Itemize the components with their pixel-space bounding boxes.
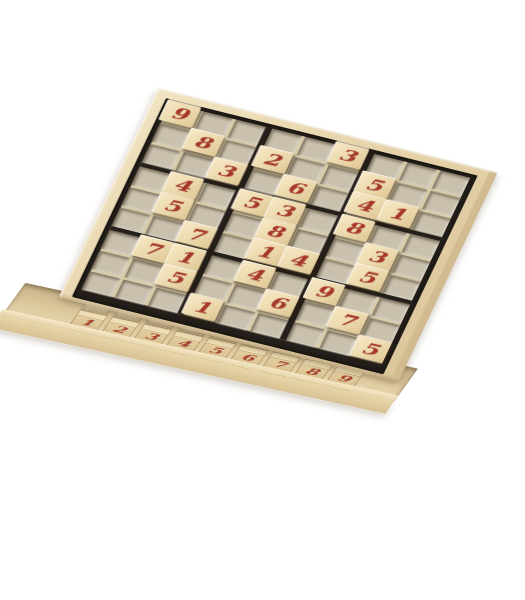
tile-digit: 3 [337,146,359,164]
tile-digit: 5 [162,197,184,215]
tile-digit: 5 [241,193,263,211]
tile-digit: 9 [313,282,335,300]
tile-digit: 6 [267,294,289,312]
tile-digit: 5 [359,340,381,358]
tile-digit: 4 [354,196,376,214]
tile-digit: 5 [165,268,187,286]
tile-digit: 8 [264,222,286,240]
cell-r9c4: 1 [184,297,222,323]
product-photo-stage: 123456789 93825364145385837145714956715 [0,0,525,600]
tile-digit: 7 [142,240,164,258]
tile-digit: 8 [192,133,214,151]
tile-digit: 7 [336,311,358,329]
tile-digit: 7 [185,225,207,243]
tile-digit: 2 [261,150,283,168]
tile-digit: 4 [244,265,266,283]
tile-digit: 1 [175,248,197,266]
tile-digit: 1 [254,243,276,261]
tile-digit: 8 [343,219,365,237]
tile-digit: 6 [285,179,307,197]
tile-digit: 1 [387,204,409,222]
tile-digit: 5 [364,176,386,194]
tile-digit: 3 [215,162,237,180]
tile-digit: 3 [366,248,388,266]
tile-digit: 4 [287,251,309,269]
cell-r9c9: 5 [352,338,390,364]
tile-digit: 1 [191,298,213,316]
tile-digit: 3 [274,202,296,220]
tile-digit: 4 [172,176,194,194]
tile-digit: 5 [357,268,379,286]
tile-digit: 9 [169,104,191,122]
